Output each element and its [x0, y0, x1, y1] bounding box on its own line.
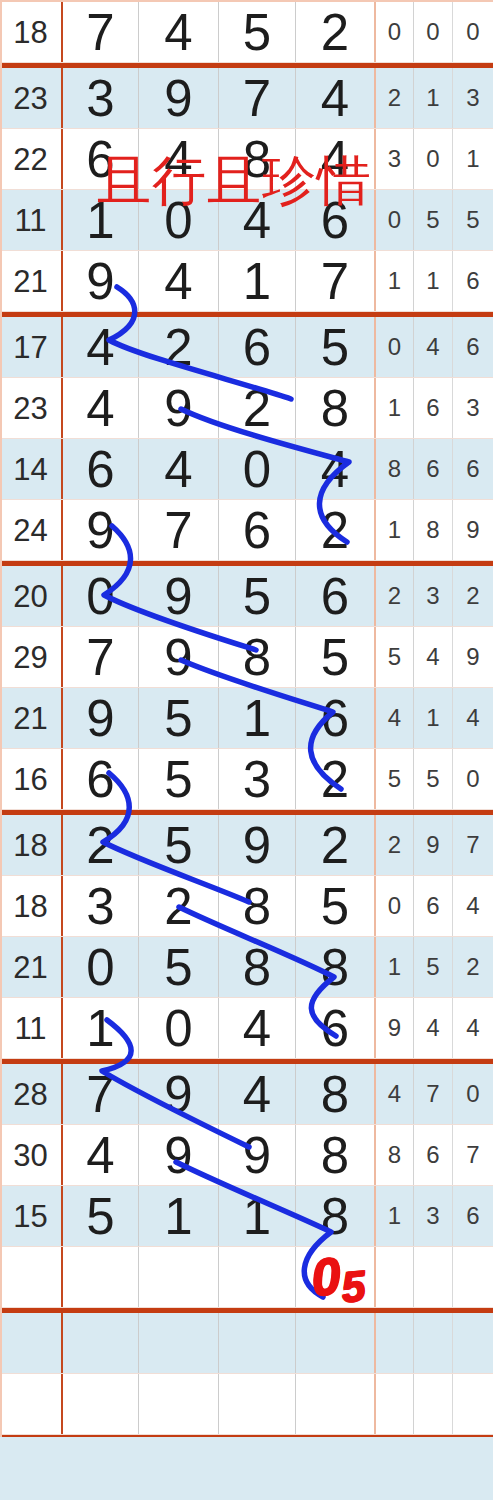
aux-cell-1 — [376, 1247, 414, 1307]
aux-cell-3: 0 — [453, 749, 493, 809]
digit-cell-2 — [139, 1247, 219, 1307]
digit-cell-3: 5 — [219, 566, 296, 626]
digit-cell-2: 4 — [139, 439, 219, 499]
draw-row: 16 6 5 3 2 5 5 0 — [0, 749, 493, 810]
sum-cell: 21 — [0, 688, 63, 748]
digit-cell-4: 8 — [296, 937, 376, 997]
sum-cell: 22 — [0, 129, 63, 189]
sum-cell: 23 — [0, 378, 63, 438]
digit-cell-1: 3 — [63, 876, 139, 936]
aux-cell-1: 0 — [376, 190, 414, 250]
digit-cell-1: 4 — [63, 317, 139, 377]
aux-cell-3: 9 — [453, 627, 493, 687]
digit-cell-1 — [63, 1374, 139, 1434]
sum-cell: 17 — [0, 317, 63, 377]
digit-cell-4: 5 — [296, 627, 376, 687]
digit-cell-2: 5 — [139, 815, 219, 875]
digit-cell-1: 7 — [63, 2, 139, 62]
digit-cell-3: 8 — [219, 876, 296, 936]
digit-cell-2: 9 — [139, 1125, 219, 1185]
digit-cell-4: 6 — [296, 566, 376, 626]
aux-cell-1 — [376, 1313, 414, 1373]
digit-cell-1: 9 — [63, 500, 139, 560]
draw-row: 21 9 4 1 7 1 1 6 — [0, 251, 493, 312]
digit-cell-2: 0 — [139, 998, 219, 1058]
sum-cell: 11 — [0, 190, 63, 250]
digit-cell-2: 5 — [139, 688, 219, 748]
aux-cell-1: 5 — [376, 749, 414, 809]
draw-row: 18 7 4 5 2 0 0 0 — [0, 2, 493, 63]
digit-cell-3: 3 — [219, 749, 296, 809]
digit-cell-3: 8 — [219, 937, 296, 997]
aux-cell-2: 5 — [414, 190, 453, 250]
digit-cell-4 — [296, 1247, 376, 1307]
digit-cell-4: 4 — [296, 68, 376, 128]
aux-cell-1: 2 — [376, 68, 414, 128]
digit-cell-1: 2 — [63, 815, 139, 875]
digit-cell-1: 5 — [63, 1186, 139, 1246]
aux-cell-2: 4 — [414, 317, 453, 377]
aux-cell-1: 1 — [376, 937, 414, 997]
draw-row: 30 4 9 9 8 8 6 7 — [0, 1125, 493, 1186]
aux-cell-2 — [414, 1374, 453, 1434]
aux-cell-3: 4 — [453, 998, 493, 1058]
aux-cell-1: 1 — [376, 500, 414, 560]
draw-row — [0, 1313, 493, 1374]
left-border-line — [0, 0, 2, 1437]
digit-cell-4: 4 — [296, 439, 376, 499]
aux-cell-2: 0 — [414, 129, 453, 189]
draw-row: 22 6 4 8 4 3 0 1 — [0, 129, 493, 190]
aux-cell-2: 1 — [414, 68, 453, 128]
sum-cell: 20 — [0, 566, 63, 626]
aux-cell-3: 4 — [453, 688, 493, 748]
digit-cell-4: 2 — [296, 500, 376, 560]
digit-cell-2: 5 — [139, 749, 219, 809]
digit-cell-2: 4 — [139, 251, 219, 311]
aux-cell-3: 0 — [453, 1064, 493, 1124]
sum-cell: 18 — [0, 2, 63, 62]
digit-cell-3: 1 — [219, 251, 296, 311]
draw-row: 29 7 9 8 5 5 4 9 — [0, 627, 493, 688]
aux-cell-2: 9 — [414, 815, 453, 875]
digit-cell-4: 6 — [296, 998, 376, 1058]
digit-cell-1: 9 — [63, 688, 139, 748]
aux-cell-2: 4 — [414, 627, 453, 687]
aux-cell-2: 1 — [414, 688, 453, 748]
digit-cell-4: 8 — [296, 1186, 376, 1246]
aux-cell-2: 6 — [414, 378, 453, 438]
draw-row: 23 3 9 7 4 2 1 3 — [0, 68, 493, 129]
digit-cell-3: 1 — [219, 1186, 296, 1246]
digit-cell-1: 6 — [63, 129, 139, 189]
sum-cell — [0, 1313, 63, 1373]
digit-cell-2: 9 — [139, 627, 219, 687]
digit-cell-2: 5 — [139, 937, 219, 997]
digit-cell-2: 4 — [139, 129, 219, 189]
digit-cell-3: 7 — [219, 68, 296, 128]
draw-row: 17 4 2 6 5 0 4 6 — [0, 317, 493, 378]
aux-cell-3: 3 — [453, 68, 493, 128]
draw-row: 11 1 0 4 6 0 5 5 — [0, 190, 493, 251]
aux-cell-1: 1 — [376, 378, 414, 438]
digit-cell-3: 0 — [219, 439, 296, 499]
sum-cell: 18 — [0, 815, 63, 875]
aux-cell-2: 5 — [414, 749, 453, 809]
aux-cell-2: 7 — [414, 1064, 453, 1124]
digit-cell-3: 9 — [219, 815, 296, 875]
aux-cell-2: 3 — [414, 566, 453, 626]
sum-cell — [0, 1374, 63, 1434]
aux-cell-3: 1 — [453, 129, 493, 189]
aux-cell-3: 7 — [453, 815, 493, 875]
aux-cell-2 — [414, 1247, 453, 1307]
digit-cell-4: 8 — [296, 1125, 376, 1185]
aux-cell-1: 2 — [376, 566, 414, 626]
digit-cell-1: 0 — [63, 566, 139, 626]
digit-cell-4: 2 — [296, 749, 376, 809]
aux-cell-1: 0 — [376, 317, 414, 377]
aux-cell-1: 1 — [376, 1186, 414, 1246]
digit-cell-2: 2 — [139, 876, 219, 936]
aux-cell-1: 5 — [376, 627, 414, 687]
chart-grid: 18 7 4 5 2 0 0 0 23 3 9 7 4 2 1 3 22 6 4… — [0, 2, 493, 1435]
digit-cell-2: 9 — [139, 378, 219, 438]
draw-row: 15 5 1 1 8 1 3 6 — [0, 1186, 493, 1247]
aux-cell-2: 0 — [414, 2, 453, 62]
digit-cell-3 — [219, 1247, 296, 1307]
digit-cell-1: 0 — [63, 937, 139, 997]
sum-cell: 21 — [0, 937, 63, 997]
aux-cell-3: 6 — [453, 251, 493, 311]
aux-cell-1: 2 — [376, 815, 414, 875]
draw-row: 18 3 2 8 5 0 6 4 — [0, 876, 493, 937]
aux-cell-1: 3 — [376, 129, 414, 189]
aux-cell-2: 4 — [414, 998, 453, 1058]
aux-cell-1: 8 — [376, 439, 414, 499]
digit-cell-4: 4 — [296, 129, 376, 189]
digit-cell-2: 4 — [139, 2, 219, 62]
digit-cell-4: 2 — [296, 815, 376, 875]
draw-row: 11 1 0 4 6 9 4 4 — [0, 998, 493, 1059]
digit-cell-3: 5 — [219, 2, 296, 62]
digit-cell-4: 5 — [296, 876, 376, 936]
aux-cell-3: 0 — [453, 2, 493, 62]
digit-cell-2: 9 — [139, 1064, 219, 1124]
digit-cell-3: 1 — [219, 688, 296, 748]
digit-cell-2: 2 — [139, 317, 219, 377]
digit-cell-4: 8 — [296, 378, 376, 438]
aux-cell-3: 7 — [453, 1125, 493, 1185]
draw-row: 28 7 9 4 8 4 7 0 — [0, 1064, 493, 1125]
aux-cell-3: 3 — [453, 378, 493, 438]
draw-row: 14 6 4 0 4 8 6 6 — [0, 439, 493, 500]
digit-cell-4: 6 — [296, 688, 376, 748]
aux-cell-3 — [453, 1374, 493, 1434]
aux-cell-2: 5 — [414, 937, 453, 997]
digit-cell-3: 4 — [219, 190, 296, 250]
footer-strip — [0, 1437, 493, 1500]
aux-cell-3: 6 — [453, 439, 493, 499]
digit-cell-3: 6 — [219, 500, 296, 560]
digit-cell-1 — [63, 1313, 139, 1373]
draw-row: 23 4 9 2 8 1 6 3 — [0, 378, 493, 439]
digit-cell-2 — [139, 1374, 219, 1434]
digit-cell-1: 3 — [63, 68, 139, 128]
digit-cell-1: 7 — [63, 627, 139, 687]
aux-cell-1: 1 — [376, 251, 414, 311]
sum-cell: 21 — [0, 251, 63, 311]
sum-cell: 24 — [0, 500, 63, 560]
digit-cell-3: 2 — [219, 378, 296, 438]
aux-cell-3: 4 — [453, 876, 493, 936]
digit-cell-4: 2 — [296, 2, 376, 62]
aux-cell-1: 4 — [376, 688, 414, 748]
digit-cell-3: 9 — [219, 1125, 296, 1185]
digit-cell-1: 6 — [63, 749, 139, 809]
digit-cell-1: 4 — [63, 1125, 139, 1185]
aux-cell-1: 8 — [376, 1125, 414, 1185]
lottery-trend-chart: 18 7 4 5 2 0 0 0 23 3 9 7 4 2 1 3 22 6 4… — [0, 0, 493, 1500]
digit-cell-4 — [296, 1374, 376, 1434]
draw-row: 21 0 5 8 8 1 5 2 — [0, 937, 493, 998]
digit-cell-1: 6 — [63, 439, 139, 499]
aux-cell-3: 2 — [453, 937, 493, 997]
sum-cell: 23 — [0, 68, 63, 128]
digit-cell-1 — [63, 1247, 139, 1307]
sum-cell: 29 — [0, 627, 63, 687]
digit-cell-2: 0 — [139, 190, 219, 250]
sum-cell: 28 — [0, 1064, 63, 1124]
digit-cell-4: 5 — [296, 317, 376, 377]
aux-cell-3: 2 — [453, 566, 493, 626]
digit-cell-4: 7 — [296, 251, 376, 311]
aux-cell-3 — [453, 1247, 493, 1307]
aux-cell-1: 4 — [376, 1064, 414, 1124]
aux-cell-3: 9 — [453, 500, 493, 560]
sum-cell: 18 — [0, 876, 63, 936]
digit-cell-1: 7 — [63, 1064, 139, 1124]
digit-cell-2: 9 — [139, 566, 219, 626]
aux-cell-1 — [376, 1374, 414, 1434]
digit-cell-3: 4 — [219, 998, 296, 1058]
draw-row: 21 9 5 1 6 4 1 4 — [0, 688, 493, 749]
aux-cell-1: 0 — [376, 2, 414, 62]
digit-cell-2: 7 — [139, 500, 219, 560]
digit-cell-3: 6 — [219, 317, 296, 377]
aux-cell-2 — [414, 1313, 453, 1373]
digit-cell-1: 1 — [63, 998, 139, 1058]
digit-cell-2: 1 — [139, 1186, 219, 1246]
draw-row: 24 9 7 6 2 1 8 9 — [0, 500, 493, 561]
aux-cell-3 — [453, 1313, 493, 1373]
digit-cell-4 — [296, 1313, 376, 1373]
aux-cell-2: 6 — [414, 439, 453, 499]
aux-cell-2: 1 — [414, 251, 453, 311]
digit-cell-1: 1 — [63, 190, 139, 250]
draw-row: 18 2 5 9 2 2 9 7 — [0, 815, 493, 876]
aux-cell-2: 6 — [414, 876, 453, 936]
aux-cell-3: 6 — [453, 1186, 493, 1246]
sum-cell: 30 — [0, 1125, 63, 1185]
sum-cell: 16 — [0, 749, 63, 809]
digit-cell-1: 9 — [63, 251, 139, 311]
sum-cell: 14 — [0, 439, 63, 499]
aux-cell-3: 6 — [453, 317, 493, 377]
digit-cell-3: 8 — [219, 627, 296, 687]
draw-row — [0, 1374, 493, 1435]
digit-cell-3: 4 — [219, 1064, 296, 1124]
aux-cell-2: 3 — [414, 1186, 453, 1246]
sum-cell: 11 — [0, 998, 63, 1058]
digit-cell-4: 8 — [296, 1064, 376, 1124]
sum-cell — [0, 1247, 63, 1307]
draw-row: 20 0 9 5 6 2 3 2 — [0, 566, 493, 627]
aux-cell-2: 8 — [414, 500, 453, 560]
digit-cell-2 — [139, 1313, 219, 1373]
digit-cell-3 — [219, 1374, 296, 1434]
digit-cell-4: 6 — [296, 190, 376, 250]
aux-cell-1: 9 — [376, 998, 414, 1058]
digit-cell-3 — [219, 1313, 296, 1373]
digit-cell-2: 9 — [139, 68, 219, 128]
digit-cell-1: 4 — [63, 378, 139, 438]
aux-cell-3: 5 — [453, 190, 493, 250]
sum-cell: 15 — [0, 1186, 63, 1246]
aux-cell-2: 6 — [414, 1125, 453, 1185]
digit-cell-3: 8 — [219, 129, 296, 189]
draw-row — [0, 1247, 493, 1308]
aux-cell-1: 0 — [376, 876, 414, 936]
